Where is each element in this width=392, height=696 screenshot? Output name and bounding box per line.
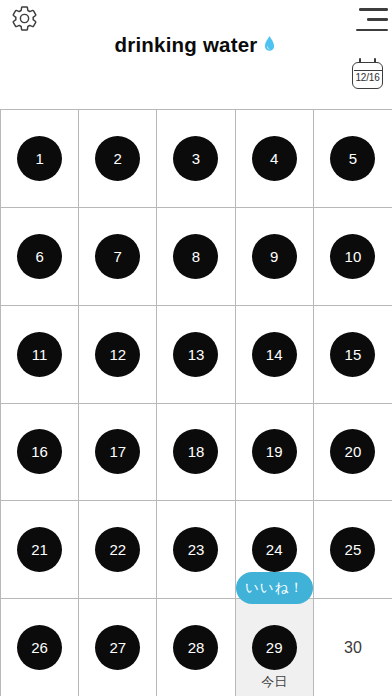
day-disc-1: 1 bbox=[17, 136, 62, 181]
day-cell-20[interactable]: 20 bbox=[314, 404, 392, 502]
day-cell-23[interactable]: 23 bbox=[157, 501, 235, 599]
day-disc-13: 13 bbox=[173, 332, 218, 377]
date-picker-button[interactable]: 12/16 bbox=[352, 58, 386, 95]
day-disc-19: 19 bbox=[252, 429, 297, 474]
day-cell-27[interactable]: 27 bbox=[79, 599, 157, 696]
day-cell-29[interactable]: 29今日 bbox=[236, 599, 314, 696]
day-disc-21: 21 bbox=[17, 527, 62, 572]
day-disc-2: 2 bbox=[95, 136, 140, 181]
day-disc-12: 12 bbox=[95, 332, 140, 377]
day-disc-29: 29 bbox=[252, 625, 297, 670]
day-cell-1[interactable]: 1 bbox=[1, 110, 79, 208]
day-cell-26[interactable]: 26 bbox=[1, 599, 79, 696]
day-cell-14[interactable]: 14 bbox=[236, 306, 314, 404]
day-number-30: 30 bbox=[344, 639, 362, 657]
day-disc-9: 9 bbox=[252, 234, 297, 279]
day-cell-17[interactable]: 17 bbox=[79, 404, 157, 502]
praise-bubble: いいね！ bbox=[236, 572, 313, 604]
day-disc-5: 5 bbox=[330, 136, 375, 181]
settings-button[interactable] bbox=[10, 4, 39, 33]
day-disc-15: 15 bbox=[330, 332, 375, 377]
day-cell-4[interactable]: 4 bbox=[236, 110, 314, 208]
day-disc-27: 27 bbox=[95, 625, 140, 670]
day-cell-16[interactable]: 16 bbox=[1, 404, 79, 502]
day-cell-15[interactable]: 15 bbox=[314, 306, 392, 404]
day-cell-12[interactable]: 12 bbox=[79, 306, 157, 404]
day-disc-3: 3 bbox=[173, 136, 218, 181]
calendar-grid: 1234567891011121314151617181920212223242… bbox=[0, 109, 392, 696]
day-disc-28: 28 bbox=[173, 625, 218, 670]
today-label: 今日 bbox=[236, 673, 313, 691]
gear-icon bbox=[10, 4, 39, 33]
menu-button[interactable] bbox=[354, 8, 388, 31]
day-cell-6[interactable]: 6 bbox=[1, 208, 79, 306]
day-cell-11[interactable]: 11 bbox=[1, 306, 79, 404]
day-disc-10: 10 bbox=[330, 234, 375, 279]
day-cell-8[interactable]: 8 bbox=[157, 208, 235, 306]
day-cell-18[interactable]: 18 bbox=[157, 404, 235, 502]
day-disc-11: 11 bbox=[17, 332, 62, 377]
day-disc-22: 22 bbox=[95, 527, 140, 572]
day-cell-30[interactable]: 30 bbox=[314, 599, 392, 696]
day-cell-3[interactable]: 3 bbox=[157, 110, 235, 208]
day-disc-25: 25 bbox=[330, 527, 375, 572]
day-cell-22[interactable]: 22 bbox=[79, 501, 157, 599]
day-disc-16: 16 bbox=[17, 429, 62, 474]
day-disc-6: 6 bbox=[17, 234, 62, 279]
day-disc-14: 14 bbox=[252, 332, 297, 377]
day-cell-13[interactable]: 13 bbox=[157, 306, 235, 404]
day-cell-5[interactable]: 5 bbox=[314, 110, 392, 208]
day-cell-25[interactable]: 25 bbox=[314, 501, 392, 599]
page-title: drinking water bbox=[0, 33, 392, 57]
day-disc-17: 17 bbox=[95, 429, 140, 474]
day-disc-18: 18 bbox=[173, 429, 218, 474]
habit-title-text: drinking water bbox=[115, 33, 258, 56]
date-badge-text: 12/16 bbox=[352, 72, 383, 83]
day-cell-9[interactable]: 9 bbox=[236, 208, 314, 306]
day-cell-2[interactable]: 2 bbox=[79, 110, 157, 208]
day-disc-7: 7 bbox=[95, 234, 140, 279]
day-cell-10[interactable]: 10 bbox=[314, 208, 392, 306]
day-disc-26: 26 bbox=[17, 625, 62, 670]
day-cell-19[interactable]: 19 bbox=[236, 404, 314, 502]
day-disc-23: 23 bbox=[173, 527, 218, 572]
day-disc-24: 24 bbox=[252, 527, 297, 572]
app-screen: drinking water 12/16 1234567891011121314… bbox=[0, 0, 392, 696]
day-disc-20: 20 bbox=[330, 429, 375, 474]
day-disc-8: 8 bbox=[173, 234, 218, 279]
day-disc-4: 4 bbox=[252, 136, 297, 181]
day-cell-7[interactable]: 7 bbox=[79, 208, 157, 306]
day-cell-21[interactable]: 21 bbox=[1, 501, 79, 599]
water-drop-icon bbox=[262, 35, 277, 54]
header: drinking water 12/16 bbox=[0, 0, 392, 109]
day-cell-28[interactable]: 28 bbox=[157, 599, 235, 696]
